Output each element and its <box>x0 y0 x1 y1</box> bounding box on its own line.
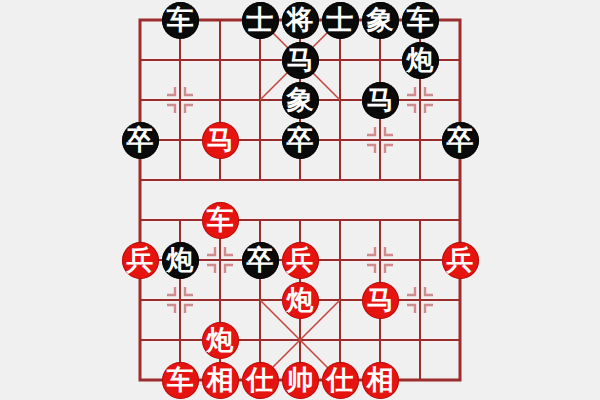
piece-black-soldier[interactable]: 卒 <box>442 122 479 159</box>
piece-black-chariot[interactable]: 车 <box>402 2 439 39</box>
piece-red-chariot[interactable]: 车 <box>162 362 199 399</box>
piece-black-elephant[interactable]: 象 <box>362 2 399 39</box>
piece-black-soldier[interactable]: 卒 <box>282 122 319 159</box>
piece-black-advisor[interactable]: 士 <box>242 2 279 39</box>
piece-red-advisor[interactable]: 仕 <box>242 362 279 399</box>
piece-black-cannon[interactable]: 炮 <box>402 42 439 79</box>
piece-black-chariot[interactable]: 车 <box>162 2 199 39</box>
piece-black-soldier[interactable]: 卒 <box>242 242 279 279</box>
piece-red-soldier[interactable]: 兵 <box>122 242 159 279</box>
piece-black-cannon[interactable]: 炮 <box>162 242 199 279</box>
piece-grid: 车士将士象车马炮象马卒马卒卒车兵炮卒兵兵炮马炮车相仕帅仕相 <box>120 0 480 400</box>
piece-black-soldier[interactable]: 卒 <box>122 122 159 159</box>
piece-red-elephant[interactable]: 相 <box>202 362 239 399</box>
piece-red-cannon[interactable]: 炮 <box>202 322 239 359</box>
piece-black-horse[interactable]: 马 <box>362 82 399 119</box>
piece-red-chariot[interactable]: 车 <box>202 202 239 239</box>
piece-black-general[interactable]: 将 <box>282 2 319 39</box>
piece-red-general[interactable]: 帅 <box>282 362 319 399</box>
piece-red-soldier[interactable]: 兵 <box>442 242 479 279</box>
piece-red-soldier[interactable]: 兵 <box>282 242 319 279</box>
piece-red-horse[interactable]: 马 <box>202 122 239 159</box>
piece-red-advisor[interactable]: 仕 <box>322 362 359 399</box>
piece-black-advisor[interactable]: 士 <box>322 2 359 39</box>
xiangqi-board: 车士将士象车马炮象马卒马卒卒车兵炮卒兵兵炮马炮车相仕帅仕相 <box>0 0 600 400</box>
piece-black-elephant[interactable]: 象 <box>282 82 319 119</box>
piece-red-elephant[interactable]: 相 <box>362 362 399 399</box>
piece-red-cannon[interactable]: 炮 <box>282 282 319 319</box>
piece-red-horse[interactable]: 马 <box>362 282 399 319</box>
piece-black-horse[interactable]: 马 <box>282 42 319 79</box>
